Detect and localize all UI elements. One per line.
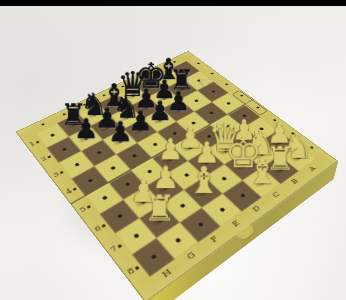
peg-hole xyxy=(111,103,116,106)
peg-hole xyxy=(208,111,213,115)
peg-hole xyxy=(148,85,153,88)
peg-hole xyxy=(124,115,129,119)
peg-hole xyxy=(166,77,171,80)
peg-hole xyxy=(49,133,54,137)
peg-hole xyxy=(71,123,76,127)
photo-scene: HGFEDCBA12345678 ♟ ♜♞♝♛♚♝♟♟♞♟♟♜♟♟♟♟♟♟♟♟♟… xyxy=(0,0,346,300)
peg-hole xyxy=(137,129,142,133)
peg-hole xyxy=(179,88,184,91)
peg-hole xyxy=(162,96,167,99)
peg-hole xyxy=(104,126,109,130)
peg-hole xyxy=(130,94,135,97)
peg-hole xyxy=(143,106,148,109)
peg-hole xyxy=(117,139,123,143)
peg-hole xyxy=(157,118,162,122)
peg-hole xyxy=(193,99,198,102)
peg-hole xyxy=(225,102,230,105)
peg-hole xyxy=(83,136,88,140)
peg-hole xyxy=(182,69,187,72)
peg-hole xyxy=(210,90,215,93)
chessboard: HGFEDCBA12345678 ♟ ♜♞♝♛♚♝♟♟♞♟♟♜♟♟♟♟♟♟♟♟♟… xyxy=(15,51,338,300)
peg-hole xyxy=(175,108,180,112)
peg-hole xyxy=(91,113,96,117)
